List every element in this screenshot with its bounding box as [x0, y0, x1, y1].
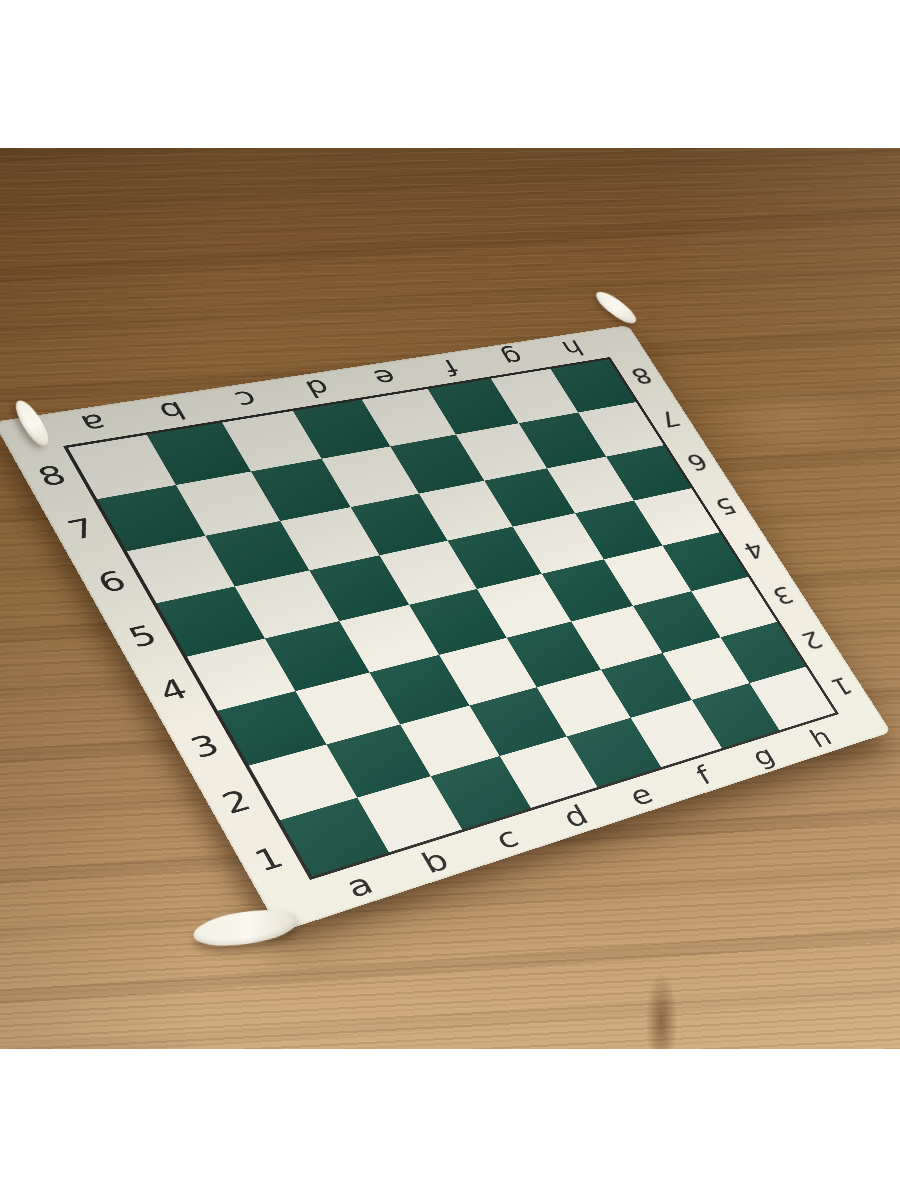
chessboard-mat: 88aa77bb66cc55dd44ee33ff22gg11hh — [0, 325, 891, 932]
board-grid — [63, 357, 839, 880]
letterbox-bottom — [0, 1049, 900, 1200]
letterbox-top — [0, 0, 900, 148]
board-wrapper: 88aa77bb66cc55dd44ee33ff22gg11hh — [0, 148, 900, 1049]
page: 88aa77bb66cc55dd44ee33ff22gg11hh — [0, 0, 900, 1200]
photo-area: 88aa77bb66cc55dd44ee33ff22gg11hh — [0, 148, 900, 1049]
